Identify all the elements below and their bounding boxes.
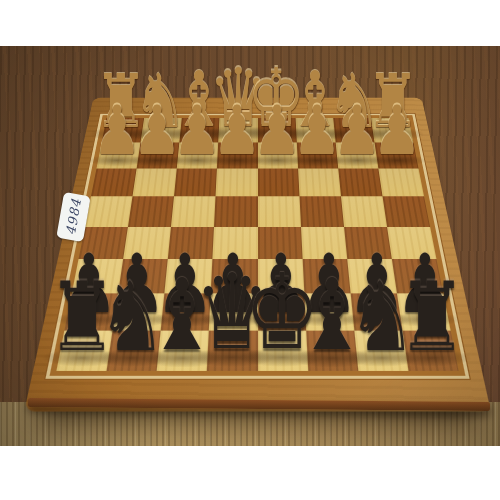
auction-photo: 4984 ♜♞♝♛♚♝♞♜♟♟♟♟♟♟♟♟♟♟♟♟♟♟♟♟♜♞♝♛♚♝♞♜ [0, 0, 500, 500]
piece-black-rook[interactable]: ♜ [396, 284, 469, 365]
lot-number: 4984 [63, 197, 84, 236]
pieces-layer: ♜♞♝♛♚♝♞♜♟♟♟♟♟♟♟♟♟♟♟♟♟♟♟♟♜♞♝♛♚♝♞♜ [0, 0, 500, 500]
photo-margin-bottom [0, 446, 500, 500]
pawn-glyph: ♟ [373, 97, 422, 165]
piece-white-pawn[interactable]: ♟ [371, 107, 423, 165]
photo-margin-top [0, 0, 500, 46]
rook-glyph: ♜ [397, 269, 466, 365]
